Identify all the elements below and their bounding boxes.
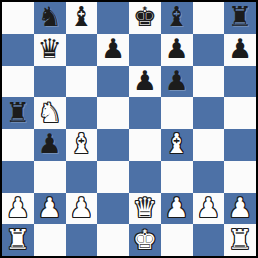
square-h2[interactable]: ♟ xyxy=(224,193,256,225)
chess-board: ♞♝♚♝♜♛♟♟♟♟♟♜♞♟♝♝♟♟♟♛♟♟♟♜♚♜ xyxy=(2,2,256,256)
square-e8[interactable]: ♚ xyxy=(129,2,161,34)
white-bishop: ♝ xyxy=(69,130,93,157)
black-rook: ♜ xyxy=(6,99,30,126)
square-g4[interactable] xyxy=(193,129,225,161)
white-queen: ♛ xyxy=(133,194,157,221)
square-d4[interactable] xyxy=(97,129,129,161)
black-bishop: ♝ xyxy=(165,3,189,30)
square-b8[interactable]: ♞ xyxy=(34,2,66,34)
square-c6[interactable] xyxy=(66,66,98,98)
square-d1[interactable] xyxy=(97,224,129,256)
square-g8[interactable] xyxy=(193,2,225,34)
square-e6[interactable]: ♟ xyxy=(129,66,161,98)
square-c5[interactable] xyxy=(66,97,98,129)
square-h1[interactable]: ♜ xyxy=(224,224,256,256)
square-d7[interactable]: ♟ xyxy=(97,34,129,66)
square-g7[interactable] xyxy=(193,34,225,66)
square-c2[interactable]: ♟ xyxy=(66,193,98,225)
black-bishop: ♝ xyxy=(69,3,93,30)
square-b5[interactable]: ♞ xyxy=(34,97,66,129)
black-pawn: ♟ xyxy=(38,130,62,157)
square-d8[interactable] xyxy=(97,2,129,34)
black-queen: ♛ xyxy=(38,35,62,62)
square-f6[interactable]: ♟ xyxy=(161,66,193,98)
black-pawn: ♟ xyxy=(165,35,189,62)
black-pawn: ♟ xyxy=(133,67,157,94)
square-d2[interactable] xyxy=(97,193,129,225)
square-f1[interactable] xyxy=(161,224,193,256)
square-h5[interactable] xyxy=(224,97,256,129)
square-c8[interactable]: ♝ xyxy=(66,2,98,34)
square-a6[interactable] xyxy=(2,66,34,98)
white-pawn: ♟ xyxy=(6,194,30,221)
white-bishop: ♝ xyxy=(165,130,189,157)
square-e3[interactable] xyxy=(129,161,161,193)
black-rook: ♜ xyxy=(228,3,252,30)
square-e4[interactable] xyxy=(129,129,161,161)
square-g3[interactable] xyxy=(193,161,225,193)
square-a4[interactable] xyxy=(2,129,34,161)
black-pawn: ♟ xyxy=(165,67,189,94)
white-rook: ♜ xyxy=(6,226,30,253)
white-pawn: ♟ xyxy=(38,194,62,221)
white-pawn: ♟ xyxy=(196,194,220,221)
square-b2[interactable]: ♟ xyxy=(34,193,66,225)
chess-board-frame: ♞♝♚♝♜♛♟♟♟♟♟♜♞♟♝♝♟♟♟♛♟♟♟♜♚♜ xyxy=(0,0,258,258)
white-king: ♚ xyxy=(133,226,157,253)
white-knight: ♞ xyxy=(38,99,62,126)
square-a1[interactable]: ♜ xyxy=(2,224,34,256)
square-a7[interactable] xyxy=(2,34,34,66)
square-c7[interactable] xyxy=(66,34,98,66)
square-d6[interactable] xyxy=(97,66,129,98)
black-pawn: ♟ xyxy=(228,35,252,62)
white-pawn: ♟ xyxy=(69,194,93,221)
black-knight: ♞ xyxy=(38,3,62,30)
square-d5[interactable] xyxy=(97,97,129,129)
square-g5[interactable] xyxy=(193,97,225,129)
square-e2[interactable]: ♛ xyxy=(129,193,161,225)
black-king: ♚ xyxy=(133,3,157,30)
white-rook: ♜ xyxy=(228,226,252,253)
square-a3[interactable] xyxy=(2,161,34,193)
square-a2[interactable]: ♟ xyxy=(2,193,34,225)
white-pawn: ♟ xyxy=(228,194,252,221)
square-g6[interactable] xyxy=(193,66,225,98)
square-b1[interactable] xyxy=(34,224,66,256)
square-f7[interactable]: ♟ xyxy=(161,34,193,66)
square-f4[interactable]: ♝ xyxy=(161,129,193,161)
square-g1[interactable] xyxy=(193,224,225,256)
square-h3[interactable] xyxy=(224,161,256,193)
square-h6[interactable] xyxy=(224,66,256,98)
square-h7[interactable]: ♟ xyxy=(224,34,256,66)
square-c1[interactable] xyxy=(66,224,98,256)
square-f2[interactable]: ♟ xyxy=(161,193,193,225)
square-e5[interactable] xyxy=(129,97,161,129)
square-e1[interactable]: ♚ xyxy=(129,224,161,256)
black-pawn: ♟ xyxy=(101,35,125,62)
square-b4[interactable]: ♟ xyxy=(34,129,66,161)
square-f3[interactable] xyxy=(161,161,193,193)
square-c3[interactable] xyxy=(66,161,98,193)
square-c4[interactable]: ♝ xyxy=(66,129,98,161)
square-d3[interactable] xyxy=(97,161,129,193)
square-e7[interactable] xyxy=(129,34,161,66)
square-f5[interactable] xyxy=(161,97,193,129)
square-h8[interactable]: ♜ xyxy=(224,2,256,34)
square-b7[interactable]: ♛ xyxy=(34,34,66,66)
square-b6[interactable] xyxy=(34,66,66,98)
square-h4[interactable] xyxy=(224,129,256,161)
square-f8[interactable]: ♝ xyxy=(161,2,193,34)
white-pawn: ♟ xyxy=(165,194,189,221)
square-g2[interactable]: ♟ xyxy=(193,193,225,225)
square-a5[interactable]: ♜ xyxy=(2,97,34,129)
square-b3[interactable] xyxy=(34,161,66,193)
square-a8[interactable] xyxy=(2,2,34,34)
